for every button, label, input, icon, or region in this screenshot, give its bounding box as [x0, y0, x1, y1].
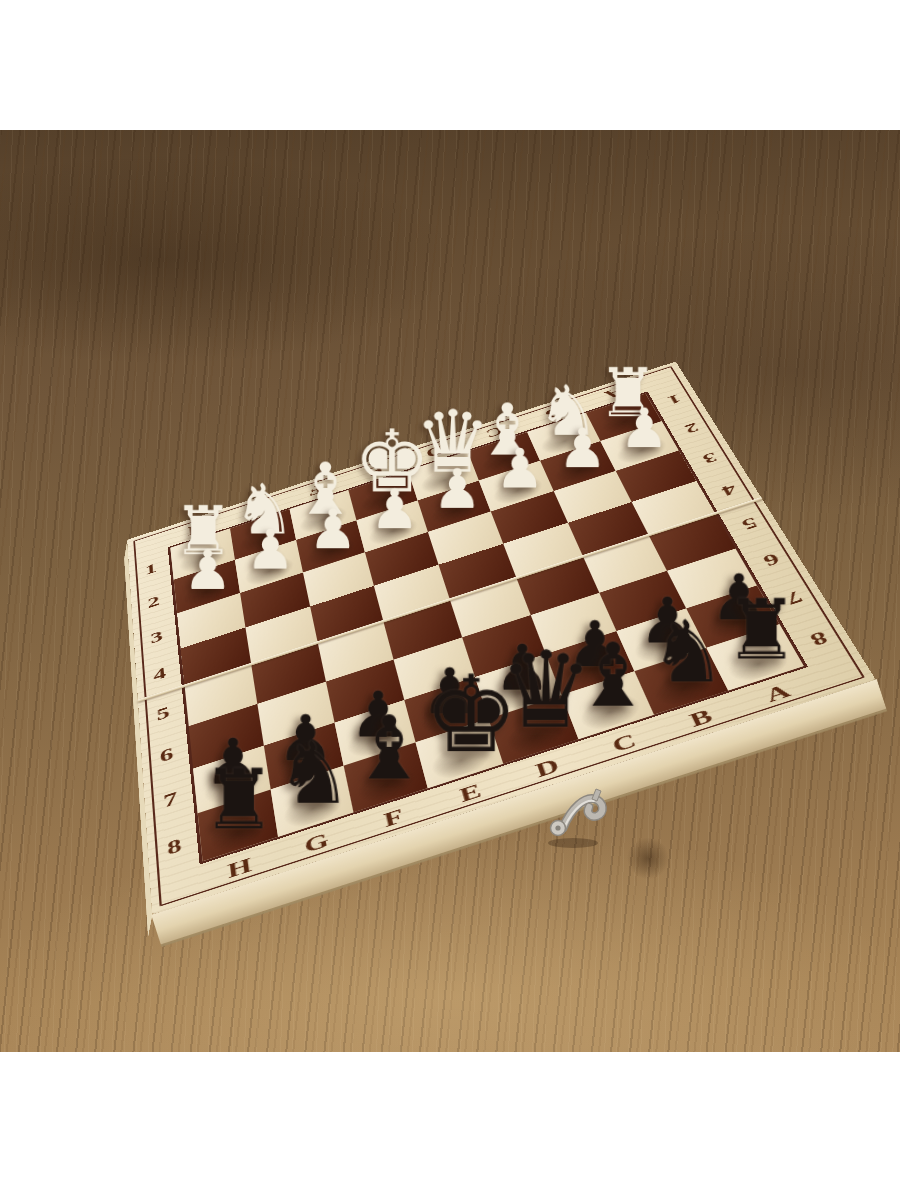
rank-label: 2: [677, 411, 707, 444]
rank-label: 3: [149, 618, 164, 658]
rank-label: 2: [146, 584, 161, 622]
piece-black-rook-a8[interactable]: ♜: [723, 587, 802, 670]
chess-board: HGFEDCBA HGFEDCBA 12345678 12345678 ♜♞♝♚…: [127, 362, 875, 915]
rank-label: 5: [732, 504, 766, 543]
rank-label: 1: [144, 551, 158, 587]
rank-label: 4: [713, 471, 745, 508]
piece-white-pawn-b2[interactable]: ♟: [549, 421, 615, 476]
piece-black-knight-b8[interactable]: ♞: [648, 609, 727, 695]
latch-hook-icon: [545, 786, 625, 850]
piece-white-pawn-e2[interactable]: ♟: [362, 482, 428, 537]
piece-white-pawn-f2[interactable]: ♟: [300, 502, 366, 557]
piece-black-queen-d8[interactable]: ♛: [499, 638, 578, 744]
piece-black-knight-g8[interactable]: ♞: [275, 731, 354, 817]
piece-black-rook-h8[interactable]: ♜: [200, 757, 279, 840]
piece-white-pawn-h2[interactable]: ♟: [175, 543, 241, 598]
piece-white-pawn-g2[interactable]: ♟: [237, 522, 303, 577]
piece-white-pawn-a2[interactable]: ♟: [612, 401, 678, 456]
rank-label: 5: [155, 692, 171, 737]
rank-label: 7: [162, 775, 180, 825]
product-photo: HGFEDCBA HGFEDCBA 12345678 12345678 ♜♞♝♚…: [0, 0, 900, 1200]
piece-black-king-e8[interactable]: ♚: [424, 662, 503, 768]
rank-label: 6: [158, 732, 175, 779]
rank-label: 8: [165, 821, 183, 875]
piece-black-bishop-f8[interactable]: ♝: [349, 704, 428, 792]
rank-label: 8: [799, 615, 839, 662]
rank-label: 3: [694, 441, 725, 476]
piece-white-pawn-c2[interactable]: ♟: [487, 441, 553, 496]
square-g2[interactable]: ♟: [235, 540, 303, 593]
board-stage: HGFEDCBA HGFEDCBA 12345678 12345678 ♜♞♝♚…: [122, 272, 778, 928]
piece-black-bishop-c8[interactable]: ♝: [573, 631, 652, 719]
piece-white-pawn-d2[interactable]: ♟: [424, 462, 490, 517]
